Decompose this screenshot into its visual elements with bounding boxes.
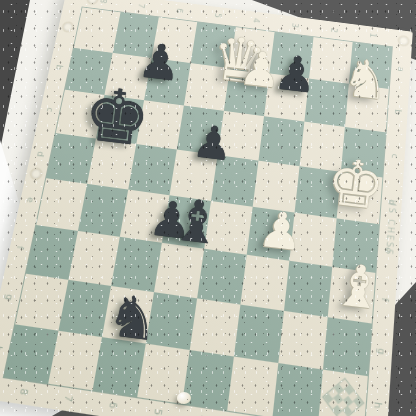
- mat-grommet-hole: [85, 0, 99, 6]
- black-king-c8[interactable]: ♚: [80, 76, 155, 158]
- coordinate-label-g: g: [376, 347, 387, 355]
- coordinate-label-h: h: [372, 401, 383, 409]
- us-chess-brand-text: US CHESS: [383, 199, 396, 256]
- coordinate-label-7: 7: [62, 394, 74, 402]
- mat-grommet-hole: [397, 35, 410, 48]
- black-knight-h6[interactable]: ♞: [104, 286, 163, 350]
- coordinate-label-3: 3: [290, 22, 300, 28]
- coordinate-label-h: h: [0, 345, 4, 353]
- board-photo: 88aa77bb66cc55dd44ee33ff22gg11hh US CHES…: [0, 0, 416, 416]
- coordinate-label-7: 7: [136, 3, 146, 9]
- coordinate-label-2: 2: [329, 27, 339, 33]
- coordinate-label-c: c: [45, 107, 55, 113]
- captured-white-pawn[interactable]: [177, 392, 191, 404]
- coordinate-label-5: 5: [152, 408, 164, 416]
- coordinate-label-6: 6: [107, 401, 119, 409]
- coordinate-label-1: 1: [368, 32, 378, 38]
- mat-grommet-hole: [28, 167, 43, 181]
- square-c3[interactable]: [258, 116, 304, 166]
- black-pawn-b3[interactable]: ♟: [272, 47, 321, 100]
- black-bishop-f5[interactable]: ♝: [168, 190, 227, 254]
- coordinate-label-d: d: [386, 199, 396, 206]
- coordinate-label-c: c: [390, 153, 400, 159]
- coordinate-label-a: a: [396, 66, 406, 72]
- square-h4[interactable]: [182, 350, 234, 411]
- coordinate-label-8: 8: [18, 388, 30, 396]
- square-f2[interactable]: [284, 261, 332, 317]
- coordinate-label-5: 5: [213, 12, 223, 18]
- coordinate-label-8: 8: [98, 0, 108, 4]
- coordinate-label-b: b: [54, 64, 64, 70]
- mat-grommet-hole: [61, 21, 75, 33]
- coordinate-label-e: e: [383, 246, 394, 253]
- square-g1[interactable]: [323, 317, 372, 376]
- white-pawn-e3[interactable]: ♟: [256, 203, 307, 258]
- coordinate-label-6: 6: [175, 8, 185, 14]
- white-knight-b1[interactable]: ♞: [340, 51, 393, 108]
- coordinate-label-d: d: [35, 151, 46, 158]
- coordinate-label-4: 4: [251, 17, 261, 23]
- coordinate-label-g: g: [4, 293, 15, 301]
- coordinate-label-f: f: [15, 245, 26, 250]
- square-h3[interactable]: [227, 357, 278, 416]
- coordinate-label-b: b: [393, 109, 403, 115]
- coordinate-label-e: e: [25, 196, 36, 203]
- white-king-d1[interactable]: ♚: [324, 149, 389, 220]
- black-pawn-d5[interactable]: ♟: [190, 118, 236, 168]
- square-h2[interactable]: [272, 363, 323, 416]
- square-f3[interactable]: [240, 255, 289, 311]
- square-g2[interactable]: [278, 311, 327, 370]
- square-g3[interactable]: [234, 305, 284, 363]
- square-g4[interactable]: [190, 298, 241, 356]
- white-bishop-f1[interactable]: ♝: [330, 255, 389, 319]
